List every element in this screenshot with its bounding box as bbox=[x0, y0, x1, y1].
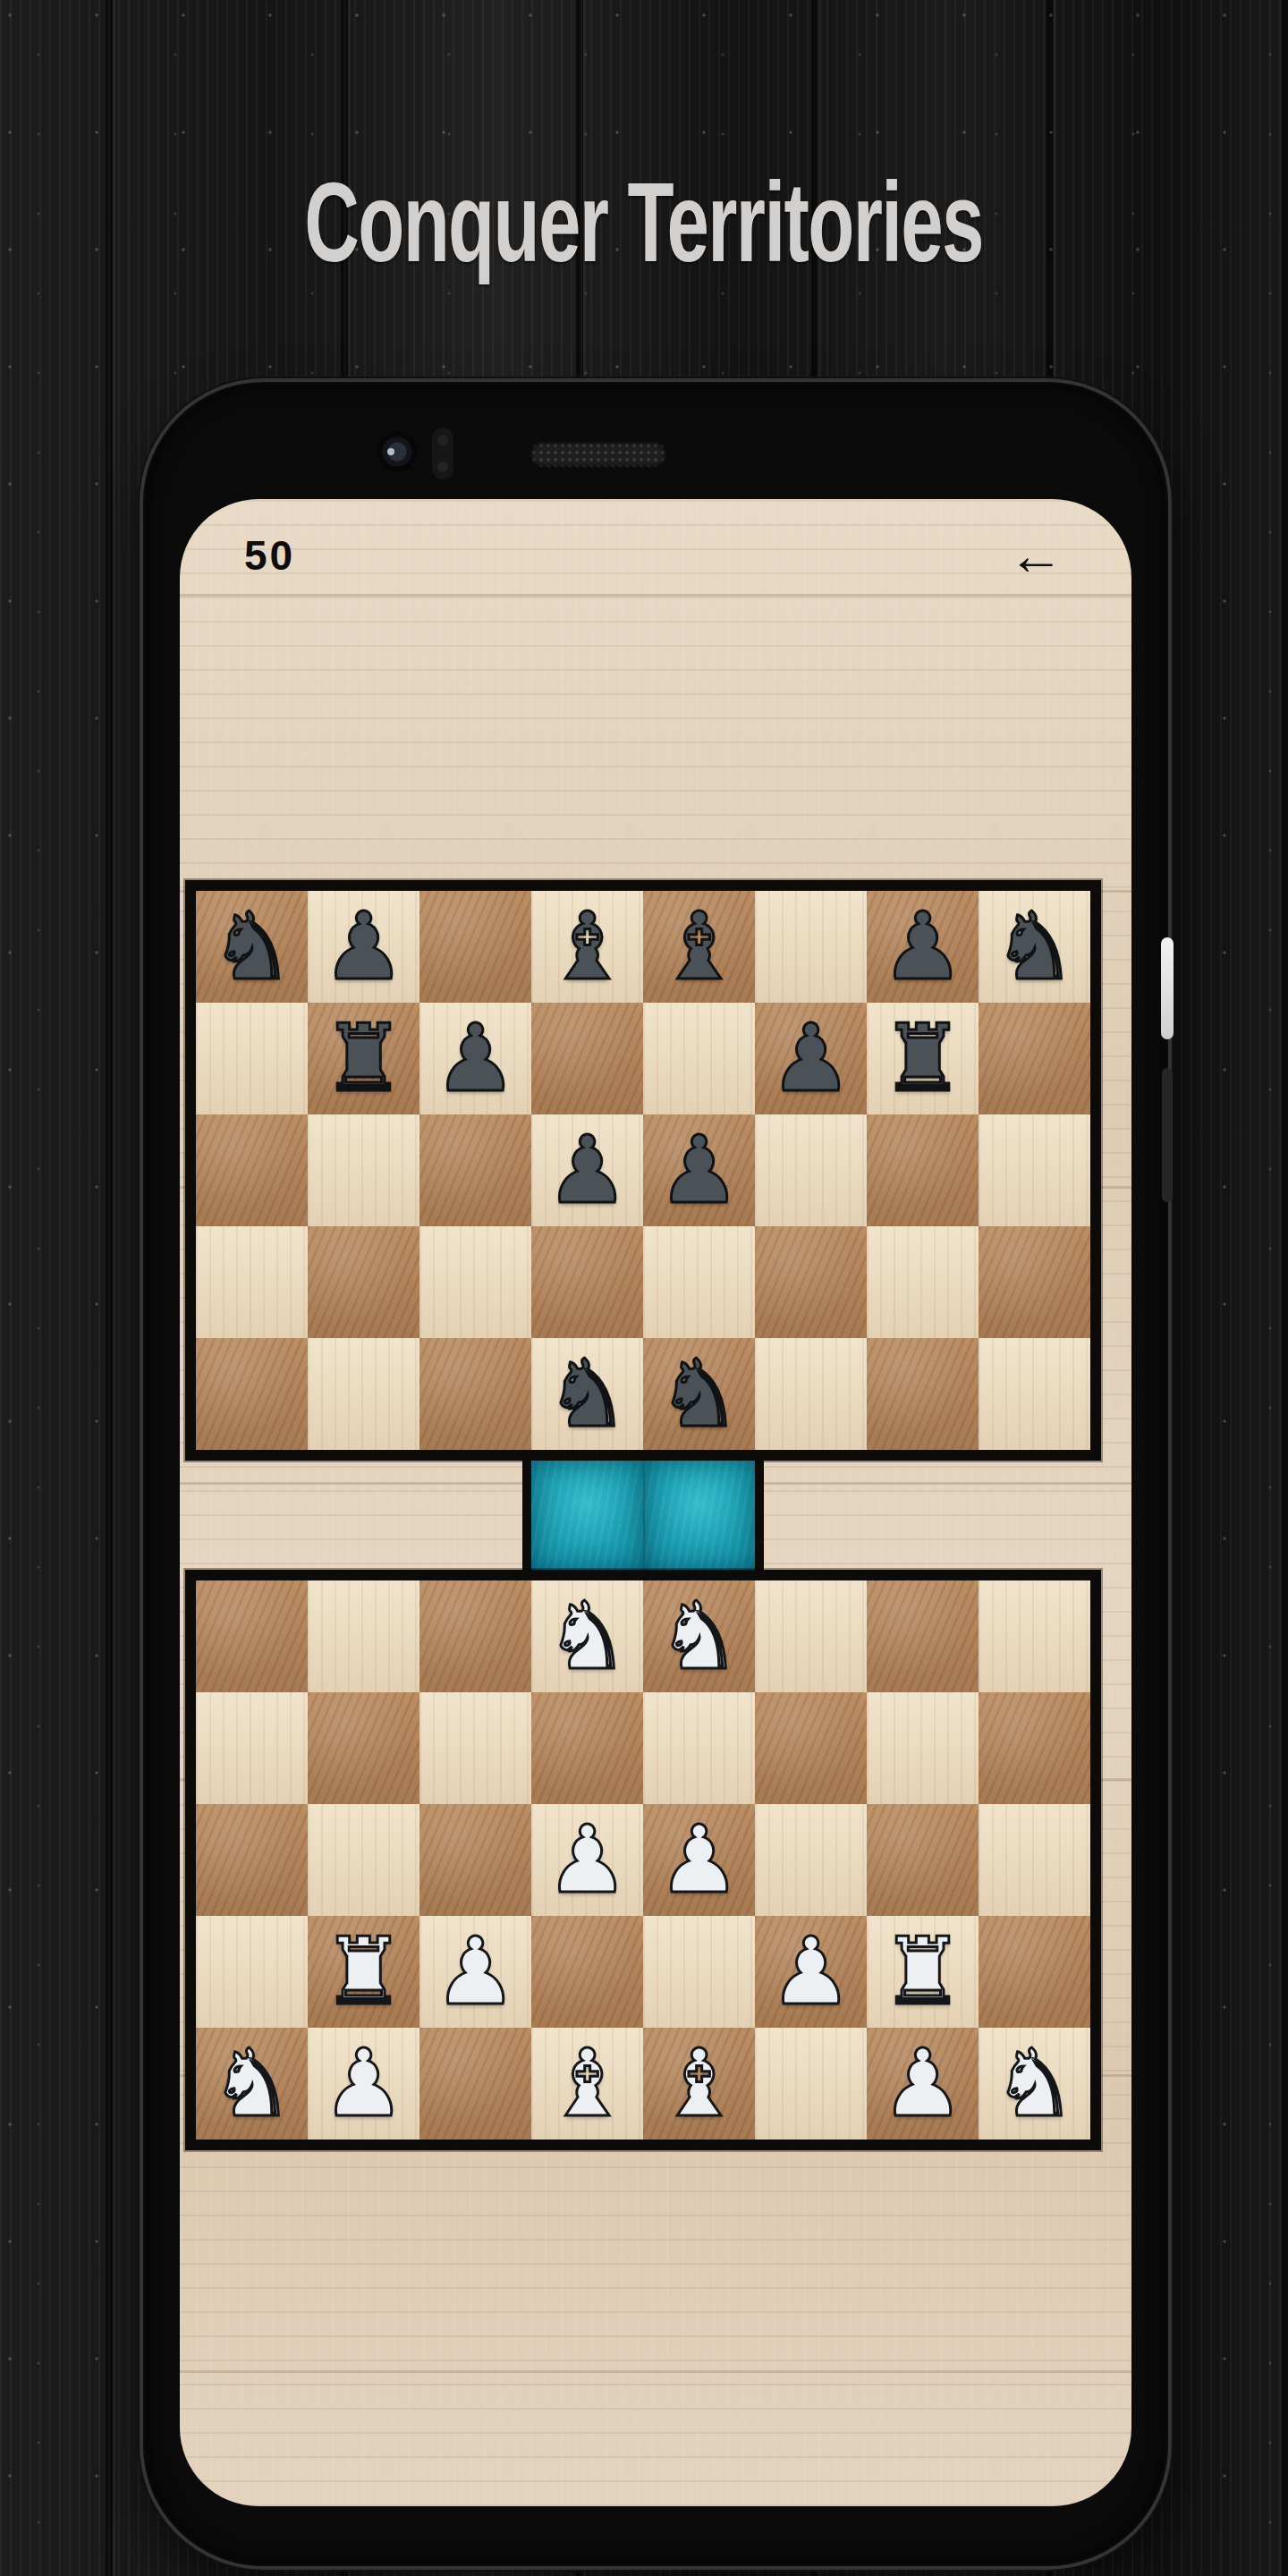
square[interactable] bbox=[196, 1226, 308, 1338]
square[interactable] bbox=[755, 1692, 867, 1804]
square[interactable] bbox=[419, 1804, 531, 1916]
square[interactable] bbox=[979, 1226, 1090, 1338]
square[interactable]: ♞ bbox=[643, 1580, 755, 1692]
square[interactable]: ♟ bbox=[867, 891, 979, 1003]
back-arrow-icon: ← bbox=[1008, 528, 1063, 583]
power-button bbox=[1161, 937, 1174, 1039]
black-pawn: ♟ bbox=[657, 1114, 741, 1226]
square[interactable]: ♟ bbox=[531, 1804, 643, 1916]
black-rook: ♜ bbox=[322, 1003, 405, 1114]
black-rook: ♜ bbox=[881, 1003, 964, 1114]
square[interactable] bbox=[196, 1916, 308, 2028]
white-bishop: ♝ bbox=[657, 2028, 741, 2140]
volume-button bbox=[1162, 1068, 1173, 1202]
square[interactable] bbox=[979, 1338, 1090, 1450]
square[interactable]: ♞ bbox=[979, 2028, 1090, 2140]
white-knight: ♞ bbox=[210, 2028, 293, 2140]
square[interactable] bbox=[755, 2028, 867, 2140]
black-pawn: ♟ bbox=[322, 891, 405, 1003]
square[interactable] bbox=[979, 1114, 1090, 1226]
phone-frame: 50 ← ♞♟♝♝♟♞♜♟♟♜♟♟♞♞ ♞♞♟♟♜♟♟♜♞♟♝♝♟♞ bbox=[146, 385, 1165, 2563]
square[interactable] bbox=[755, 1804, 867, 1916]
square[interactable]: ♝ bbox=[643, 891, 755, 1003]
square[interactable] bbox=[308, 1804, 419, 1916]
white-rook: ♜ bbox=[881, 1916, 964, 2028]
square[interactable] bbox=[755, 1226, 867, 1338]
white-bishop: ♝ bbox=[546, 2028, 629, 2140]
square[interactable] bbox=[531, 1692, 643, 1804]
square[interactable] bbox=[531, 1916, 643, 2028]
square[interactable] bbox=[867, 1114, 979, 1226]
black-pawn: ♟ bbox=[769, 1003, 852, 1114]
square[interactable]: ♞ bbox=[979, 891, 1090, 1003]
black-pawn: ♟ bbox=[546, 1114, 629, 1226]
top-board-black-territory: ♞♟♝♝♟♞♜♟♟♜♟♟♞♞ bbox=[185, 880, 1101, 1461]
white-rook: ♜ bbox=[322, 1916, 405, 2028]
square[interactable] bbox=[196, 1338, 308, 1450]
square[interactable]: ♟ bbox=[419, 1003, 531, 1114]
square[interactable]: ♞ bbox=[531, 1338, 643, 1450]
square[interactable] bbox=[643, 1692, 755, 1804]
square[interactable] bbox=[419, 1580, 531, 1692]
square[interactable] bbox=[979, 1692, 1090, 1804]
square[interactable] bbox=[755, 1580, 867, 1692]
square[interactable] bbox=[308, 1338, 419, 1450]
square[interactable]: ♟ bbox=[308, 891, 419, 1003]
square[interactable]: ♞ bbox=[643, 1338, 755, 1450]
square[interactable] bbox=[196, 1804, 308, 1916]
white-pawn: ♟ bbox=[769, 1916, 852, 2028]
camera-lens-highlight bbox=[387, 448, 394, 455]
square[interactable]: ♞ bbox=[196, 2028, 308, 2140]
square[interactable]: ♜ bbox=[308, 1003, 419, 1114]
black-pawn: ♟ bbox=[434, 1003, 517, 1114]
contested-gap-band bbox=[185, 1461, 1101, 1570]
square[interactable] bbox=[867, 1338, 979, 1450]
contested-squares-block bbox=[522, 1461, 764, 1570]
square[interactable] bbox=[643, 1226, 755, 1338]
sensor-pill-icon bbox=[432, 428, 453, 479]
black-knight: ♞ bbox=[210, 891, 293, 1003]
back-button[interactable]: ← bbox=[996, 515, 1076, 596]
square[interactable] bbox=[196, 1114, 308, 1226]
square[interactable] bbox=[867, 1804, 979, 1916]
square[interactable]: ♟ bbox=[755, 1916, 867, 2028]
square[interactable] bbox=[308, 1114, 419, 1226]
square[interactable] bbox=[979, 1003, 1090, 1114]
black-bishop: ♝ bbox=[546, 891, 629, 1003]
black-knight: ♞ bbox=[546, 1338, 629, 1450]
white-knight: ♞ bbox=[993, 2028, 1076, 2140]
page-title: Conquer Territories bbox=[0, 157, 1288, 264]
white-pawn: ♟ bbox=[881, 2028, 964, 2140]
square[interactable]: ♝ bbox=[531, 2028, 643, 2140]
dark-wood-background: Conquer Territories 50 ← ♞♟♝♝♟♞♜♟♟♜♟♟♞♞ … bbox=[0, 0, 1288, 2576]
contested-square-col4[interactable] bbox=[531, 1461, 643, 1570]
square[interactable] bbox=[755, 891, 867, 1003]
square[interactable] bbox=[979, 1580, 1090, 1692]
square[interactable]: ♝ bbox=[643, 2028, 755, 2140]
square[interactable] bbox=[867, 1226, 979, 1338]
white-knight: ♞ bbox=[546, 1580, 629, 1692]
square[interactable]: ♟ bbox=[643, 1114, 755, 1226]
square[interactable] bbox=[643, 1003, 755, 1114]
square[interactable] bbox=[979, 1804, 1090, 1916]
square[interactable] bbox=[419, 1114, 531, 1226]
square[interactable] bbox=[531, 1226, 643, 1338]
square[interactable] bbox=[196, 1580, 308, 1692]
square[interactable] bbox=[196, 1003, 308, 1114]
square[interactable]: ♜ bbox=[308, 1916, 419, 2028]
square[interactable]: ♟ bbox=[755, 1003, 867, 1114]
phone-screen: 50 ← ♞♟♝♝♟♞♜♟♟♜♟♟♞♞ ♞♞♟♟♜♟♟♜♞♟♝♝♟♞ bbox=[180, 499, 1131, 2506]
score-label: 50 bbox=[244, 531, 295, 580]
bottom-board-white-territory: ♞♞♟♟♜♟♟♜♞♟♝♝♟♞ bbox=[185, 1570, 1101, 2150]
square[interactable] bbox=[308, 1226, 419, 1338]
square[interactable] bbox=[308, 1580, 419, 1692]
white-pawn: ♟ bbox=[657, 1804, 741, 1916]
black-knight: ♞ bbox=[993, 891, 1076, 1003]
square[interactable] bbox=[196, 1692, 308, 1804]
front-camera-icon bbox=[377, 431, 418, 472]
square[interactable]: ♞ bbox=[531, 1580, 643, 1692]
square[interactable]: ♝ bbox=[531, 891, 643, 1003]
square[interactable]: ♟ bbox=[643, 1804, 755, 1916]
square[interactable] bbox=[643, 1916, 755, 2028]
square[interactable]: ♟ bbox=[531, 1114, 643, 1226]
black-pawn: ♟ bbox=[881, 891, 964, 1003]
square[interactable] bbox=[755, 1114, 867, 1226]
white-pawn: ♟ bbox=[322, 2028, 405, 2140]
square[interactable]: ♜ bbox=[867, 1003, 979, 1114]
square[interactable]: ♟ bbox=[867, 2028, 979, 2140]
square[interactable]: ♟ bbox=[308, 2028, 419, 2140]
square[interactable] bbox=[419, 2028, 531, 2140]
square[interactable] bbox=[308, 1692, 419, 1804]
earpiece-speaker-icon bbox=[530, 442, 666, 467]
white-pawn: ♟ bbox=[434, 1916, 517, 2028]
square[interactable] bbox=[531, 1003, 643, 1114]
square[interactable] bbox=[419, 1692, 531, 1804]
square[interactable] bbox=[419, 1226, 531, 1338]
square[interactable] bbox=[419, 891, 531, 1003]
white-pawn: ♟ bbox=[546, 1804, 629, 1916]
square[interactable] bbox=[979, 1916, 1090, 2028]
contested-square-col5[interactable] bbox=[643, 1461, 755, 1570]
square[interactable] bbox=[867, 1692, 979, 1804]
square[interactable] bbox=[755, 1338, 867, 1450]
white-knight: ♞ bbox=[657, 1580, 741, 1692]
square[interactable] bbox=[867, 1580, 979, 1692]
square[interactable]: ♞ bbox=[196, 891, 308, 1003]
square[interactable] bbox=[419, 1338, 531, 1450]
square[interactable]: ♟ bbox=[419, 1916, 531, 2028]
page-title-text: Conquer Territories bbox=[305, 157, 984, 287]
square[interactable]: ♜ bbox=[867, 1916, 979, 2028]
black-bishop: ♝ bbox=[657, 891, 741, 1003]
black-knight: ♞ bbox=[657, 1338, 741, 1450]
